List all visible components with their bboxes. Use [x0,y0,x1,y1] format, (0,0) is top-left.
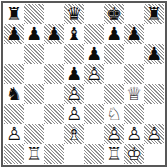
square-c1[interactable] [44,144,64,164]
square-d8[interactable]: ♛ [64,4,84,24]
black-pawn: ♟ [24,24,44,44]
black-pawn: ♟ [104,24,124,44]
square-f3[interactable]: ♞♘ [104,104,124,124]
square-a2[interactable]: ♟♙ [4,124,24,144]
white-king-fill: ♚ [124,144,144,164]
square-h2[interactable]: ♟♙ [144,124,164,144]
black-rook: ♜ [4,4,24,24]
black-rook: ♜ [144,4,164,24]
square-g4[interactable]: ♛♕ [124,84,144,104]
white-queen-fill: ♛ [124,84,144,104]
black-pawn: ♟ [4,24,24,44]
square-c3[interactable] [44,104,64,124]
black-queen: ♛ [64,4,84,24]
white-pawn-fill: ♟ [104,124,124,144]
black-bishop: ♝ [64,24,84,44]
square-b8[interactable] [24,4,44,24]
square-g3[interactable] [124,104,144,124]
black-knight: ♞ [4,84,24,104]
square-b2[interactable] [24,124,44,144]
white-pawn: ♙ [4,124,24,144]
square-a5[interactable] [4,64,24,84]
white-rook: ♖ [104,144,124,164]
black-pawn: ♟ [124,24,144,44]
square-f2[interactable]: ♟♙ [104,124,124,144]
square-b5[interactable] [24,64,44,84]
white-bishop-fill: ♝ [64,124,84,144]
square-b4[interactable] [24,84,44,104]
square-h3[interactable] [144,104,164,124]
square-d4[interactable]: ♟♙ [64,84,84,104]
square-b7[interactable]: ♟ [24,24,44,44]
white-pawn: ♙ [84,64,104,84]
square-g2[interactable]: ♟♙ [124,124,144,144]
white-bishop: ♗ [64,124,84,144]
square-e3[interactable] [84,104,104,124]
square-a4[interactable]: ♞ [4,84,24,104]
white-pawn-fill: ♟ [124,124,144,144]
square-b6[interactable] [24,44,44,64]
square-f1[interactable]: ♜♖ [104,144,124,164]
square-f5[interactable] [104,64,124,84]
square-e7[interactable] [84,24,104,44]
chess-board-frame: ♜♛♚♜♟♟♟♝♟♟♟♟♟♟♙♞♟♙♛♕♟♙♞♘♟♙♝♗♟♙♟♙♟♙♜♖♜♖♚♔ [1,1,167,167]
square-d7[interactable]: ♝ [64,24,84,44]
square-h7[interactable] [144,24,164,44]
square-h6[interactable]: ♟ [144,44,164,64]
square-d3[interactable]: ♟♙ [64,104,84,124]
square-c7[interactable]: ♟ [44,24,64,44]
square-h1[interactable] [144,144,164,164]
square-g7[interactable]: ♟ [124,24,144,44]
square-c8[interactable] [44,4,64,24]
square-d6[interactable] [64,44,84,64]
square-g8[interactable] [124,4,144,24]
white-pawn: ♙ [144,124,164,144]
square-e8[interactable] [84,4,104,24]
square-e6[interactable]: ♟ [84,44,104,64]
white-pawn-fill: ♟ [144,124,164,144]
square-a1[interactable] [4,144,24,164]
white-knight-fill: ♞ [104,104,124,124]
white-rook-fill: ♜ [24,144,44,164]
square-d5[interactable]: ♟ [64,64,84,84]
white-knight: ♘ [104,104,124,124]
white-pawn: ♙ [64,84,84,104]
square-d2[interactable]: ♝♗ [64,124,84,144]
square-g5[interactable] [124,64,144,84]
square-g1[interactable]: ♚♔ [124,144,144,164]
square-e2[interactable] [84,124,104,144]
square-c6[interactable] [44,44,64,64]
white-rook-fill: ♜ [104,144,124,164]
white-pawn: ♙ [124,124,144,144]
square-b1[interactable]: ♜♖ [24,144,44,164]
square-h4[interactable] [144,84,164,104]
white-pawn: ♙ [104,124,124,144]
white-pawn: ♙ [64,104,84,124]
black-pawn: ♟ [44,24,64,44]
square-a6[interactable] [4,44,24,64]
white-pawn-fill: ♟ [84,64,104,84]
square-b3[interactable] [24,104,44,124]
square-f6[interactable] [104,44,124,64]
square-h5[interactable] [144,64,164,84]
square-a3[interactable] [4,104,24,124]
white-queen: ♕ [124,84,144,104]
square-c5[interactable] [44,64,64,84]
square-e1[interactable] [84,144,104,164]
white-pawn-fill: ♟ [64,84,84,104]
white-king: ♔ [124,144,144,164]
square-a7[interactable]: ♟ [4,24,24,44]
square-d1[interactable] [64,144,84,164]
white-pawn-fill: ♟ [4,124,24,144]
square-e4[interactable] [84,84,104,104]
black-pawn: ♟ [84,44,104,64]
chess-board: ♜♛♚♜♟♟♟♝♟♟♟♟♟♟♙♞♟♙♛♕♟♙♞♘♟♙♝♗♟♙♟♙♟♙♜♖♜♖♚♔ [4,4,164,164]
square-h8[interactable]: ♜ [144,4,164,24]
black-pawn: ♟ [64,64,84,84]
square-f8[interactable]: ♚ [104,4,124,24]
square-a8[interactable]: ♜ [4,4,24,24]
square-f4[interactable] [104,84,124,104]
square-f7[interactable]: ♟ [104,24,124,44]
square-g6[interactable] [124,44,144,64]
square-e5[interactable]: ♟♙ [84,64,104,84]
black-pawn: ♟ [144,44,164,64]
white-rook: ♖ [24,144,44,164]
white-pawn-fill: ♟ [64,104,84,124]
square-c2[interactable] [44,124,64,144]
black-king: ♚ [104,4,124,24]
square-c4[interactable] [44,84,64,104]
